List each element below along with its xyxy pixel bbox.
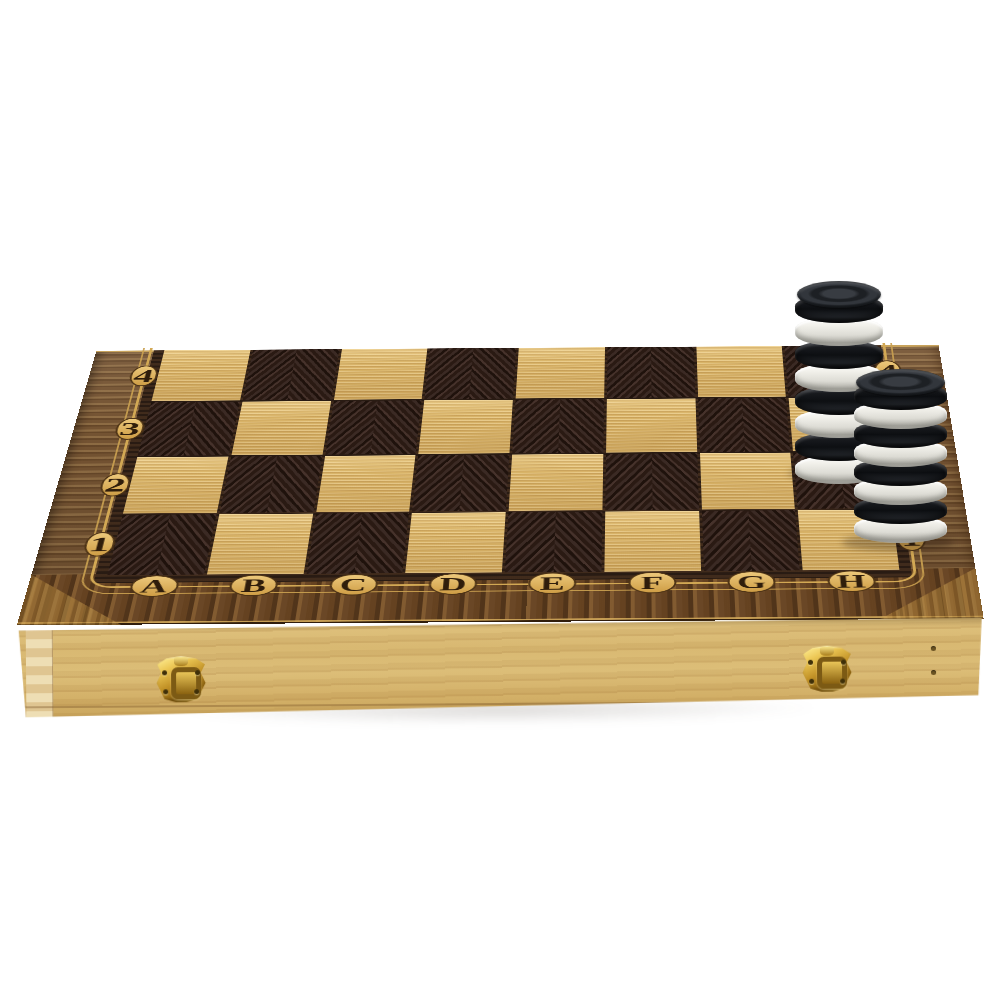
square-e2[interactable] (509, 454, 603, 511)
square-a3[interactable] (138, 402, 240, 456)
square-c4[interactable] (334, 348, 428, 399)
black-checker-piece[interactable] (854, 382, 947, 410)
square-a2[interactable] (123, 456, 228, 513)
square-f4[interactable] (607, 347, 695, 398)
square-e1[interactable] (505, 512, 602, 573)
nail-dot (931, 646, 936, 651)
square-a4[interactable] (152, 350, 251, 401)
square-d3[interactable] (419, 400, 513, 454)
square-g2[interactable] (700, 452, 795, 509)
square-c3[interactable] (325, 400, 422, 454)
brass-clasp-left[interactable] (155, 656, 207, 702)
square-f1[interactable] (604, 511, 700, 572)
nail-dot (931, 670, 936, 675)
clasp-tab (174, 657, 189, 666)
square-b3[interactable] (231, 401, 330, 455)
square-b1[interactable] (207, 514, 313, 575)
square-d2[interactable] (412, 454, 509, 511)
square-e3[interactable] (512, 399, 604, 453)
square-d1[interactable] (405, 512, 505, 573)
square-e4[interactable] (516, 347, 605, 398)
square-f3[interactable] (606, 398, 697, 452)
square-f2[interactable] (605, 453, 699, 510)
screw-icon (840, 679, 845, 684)
brass-clasp-right[interactable] (801, 646, 853, 692)
square-a1[interactable] (107, 514, 216, 575)
checkers-stack-front[interactable] (854, 369, 947, 543)
black-checker-piece[interactable] (795, 294, 883, 323)
square-b4[interactable] (243, 349, 339, 400)
square-g1[interactable] (702, 510, 800, 571)
product-photo: 43214321ABCDEFGH (0, 0, 1000, 1000)
square-c1[interactable] (306, 513, 409, 574)
square-g3[interactable] (698, 398, 791, 452)
clasp-tab (820, 647, 835, 656)
board-grid (107, 345, 899, 575)
screw-icon (195, 670, 200, 675)
screw-icon (194, 689, 199, 694)
square-b2[interactable] (219, 456, 322, 513)
chess-box: 43214321ABCDEFGH (0, 0, 1000, 1000)
square-g4[interactable] (696, 346, 786, 397)
square-c2[interactable] (316, 455, 416, 512)
square-d4[interactable] (425, 348, 517, 399)
screw-icon (841, 659, 846, 664)
